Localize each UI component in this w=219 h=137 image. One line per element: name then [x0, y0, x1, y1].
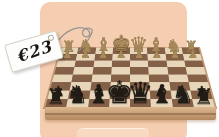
- product-image[interactable]: ♜♞♝♛♚♝♞♜♟♟♟♟♟♟♟♟♟♟♟♟♟♟♟♟♜♞♝♛♚♝♞♜ €23: [0, 0, 219, 137]
- price-text: €23: [14, 37, 55, 67]
- price-tag-string: [0, 0, 219, 137]
